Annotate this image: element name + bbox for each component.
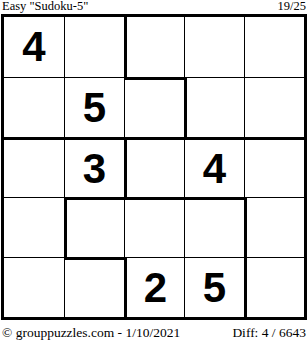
cell-r1c4[interactable] <box>184 17 244 77</box>
given-digit: 4 <box>22 23 45 71</box>
cell-r2c5[interactable] <box>244 77 304 137</box>
cell-r3c5[interactable] <box>244 137 304 197</box>
cell-r4c2[interactable] <box>64 197 124 257</box>
cell-r4c3[interactable] <box>124 197 184 257</box>
header: Easy "Sudoku-5" 19/25 <box>0 0 308 14</box>
cell-r2c4[interactable] <box>184 77 244 137</box>
sudoku-board: 453425 <box>1 14 307 320</box>
cell-r2c1[interactable] <box>4 77 64 137</box>
given-digit: 4 <box>203 145 226 193</box>
cell-r1c5[interactable] <box>244 17 304 77</box>
given-digit: 2 <box>144 264 167 312</box>
cell-r1c3[interactable] <box>124 17 184 77</box>
puzzle-title: Easy "Sudoku-5" <box>2 0 88 13</box>
cell-r4c1[interactable] <box>4 197 64 257</box>
footer: © grouppuzzles.com - 1/10/2021 Diff: 4 /… <box>0 324 308 341</box>
cell-r5c1[interactable] <box>4 257 64 317</box>
given-digit: 5 <box>83 84 106 132</box>
cell-r1c2[interactable] <box>64 17 124 77</box>
cell-r4c4[interactable] <box>184 197 244 257</box>
cell-r5c2[interactable] <box>64 257 124 317</box>
given-digit: 5 <box>203 264 226 312</box>
given-digit: 3 <box>83 145 106 193</box>
cell-r3c4[interactable]: 4 <box>184 137 244 197</box>
copyright-credit: © grouppuzzles.com - 1/10/2021 <box>2 324 180 341</box>
cell-r2c3[interactable] <box>124 77 184 137</box>
cell-r3c2[interactable]: 3 <box>64 137 124 197</box>
cell-r4c5[interactable] <box>244 197 304 257</box>
difficulty-label: Diff: 4 / 6643 <box>232 324 306 341</box>
cell-r3c1[interactable] <box>4 137 64 197</box>
cell-r1c1[interactable]: 4 <box>4 17 64 77</box>
puzzle-page: Easy "Sudoku-5" 19/25 453425 © grouppuzz… <box>0 0 308 343</box>
cell-r5c3[interactable]: 2 <box>124 257 184 317</box>
cell-r5c5[interactable] <box>244 257 304 317</box>
cell-r3c3[interactable] <box>124 137 184 197</box>
cell-r5c4[interactable]: 5 <box>184 257 244 317</box>
cell-r2c2[interactable]: 5 <box>64 77 124 137</box>
puzzle-progress: 19/25 <box>278 0 306 13</box>
